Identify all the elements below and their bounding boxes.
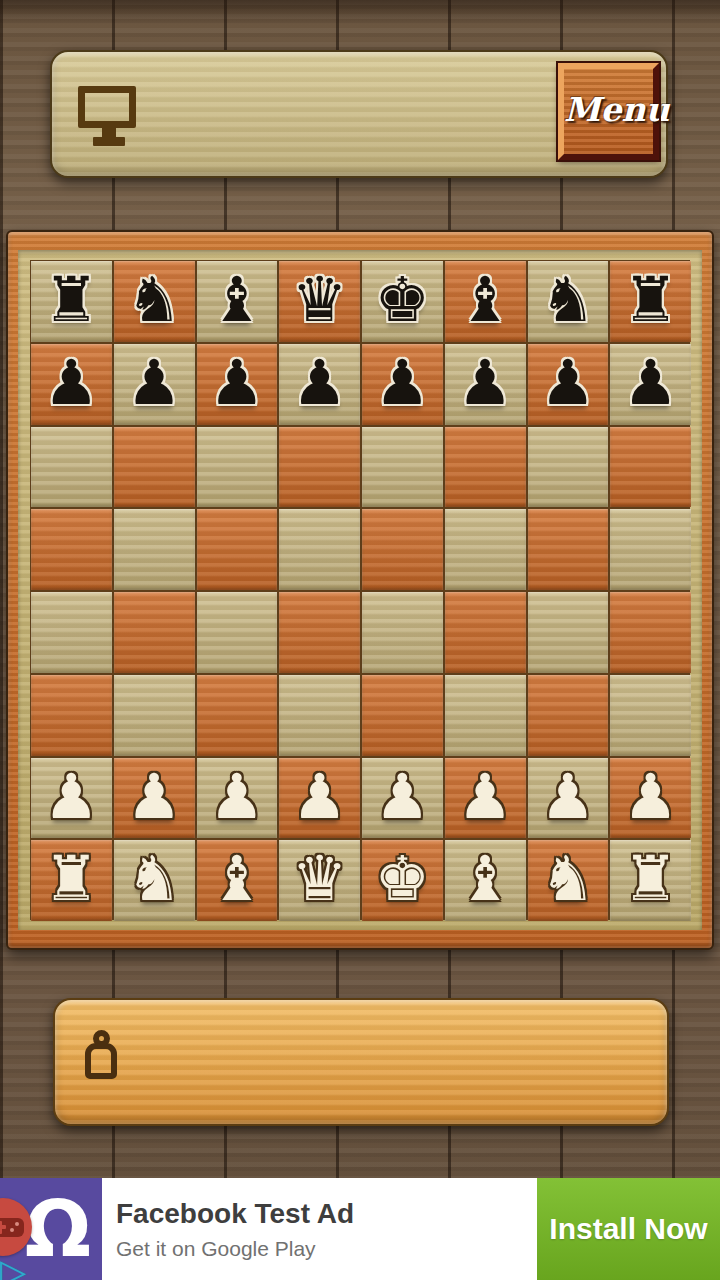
ad-text-block: Facebook Test Ad Get it on Google Play [102, 1178, 537, 1280]
ad-banner[interactable]: Ω ▷ Facebook Test Ad Get it on Google Pl… [0, 1178, 720, 1280]
ad-subtitle: Get it on Google Play [116, 1237, 537, 1261]
black-pawn: ♟ [610, 344, 691, 425]
square-g8[interactable]: ♞ [528, 261, 609, 342]
square-f1[interactable]: ♝ [445, 840, 526, 921]
square-f6[interactable] [445, 427, 526, 508]
black-rook: ♜ [610, 261, 691, 342]
square-h6[interactable] [610, 427, 691, 508]
white-rook: ♜ [31, 840, 112, 921]
white-pawn: ♟ [445, 758, 526, 839]
white-knight: ♞ [528, 840, 609, 921]
square-h5[interactable] [610, 509, 691, 590]
square-e3[interactable] [362, 675, 443, 756]
square-g2[interactable]: ♟ [528, 758, 609, 839]
install-now-label: Install Now [549, 1212, 707, 1246]
square-e1[interactable]: ♚ [362, 840, 443, 921]
monitor-screen [78, 86, 136, 128]
gamepad-dot [15, 1222, 19, 1226]
square-d1[interactable]: ♛ [279, 840, 360, 921]
white-bishop: ♝ [445, 840, 526, 921]
square-b5[interactable] [114, 509, 195, 590]
chess-board-frame: ♜♞♝♛♚♝♞♜♟♟♟♟♟♟♟♟♟♟♟♟♟♟♟♟♜♞♝♛♚♝♞♜ [6, 230, 714, 950]
square-c4[interactable] [197, 592, 278, 673]
menu-button[interactable]: Menu [558, 63, 659, 160]
black-pawn: ♟ [31, 344, 112, 425]
white-rook: ♜ [610, 840, 691, 921]
square-c2[interactable]: ♟ [197, 758, 278, 839]
square-h1[interactable]: ♜ [610, 840, 691, 921]
black-pawn: ♟ [362, 344, 443, 425]
square-h3[interactable] [610, 675, 691, 756]
black-rook: ♜ [31, 261, 112, 342]
player-bar [53, 998, 669, 1126]
monitor-stem [102, 128, 116, 137]
opponent-bar: Menu [50, 50, 668, 178]
square-d4[interactable] [279, 592, 360, 673]
black-queen: ♛ [279, 261, 360, 342]
square-c1[interactable]: ♝ [197, 840, 278, 921]
ad-play-icon[interactable]: ▷ [0, 1254, 26, 1280]
square-d6[interactable] [279, 427, 360, 508]
square-e7[interactable]: ♟ [362, 344, 443, 425]
square-f4[interactable] [445, 592, 526, 673]
square-a2[interactable]: ♟ [31, 758, 112, 839]
square-c7[interactable]: ♟ [197, 344, 278, 425]
square-g4[interactable] [528, 592, 609, 673]
square-b8[interactable]: ♞ [114, 261, 195, 342]
square-g6[interactable] [528, 427, 609, 508]
square-b4[interactable] [114, 592, 195, 673]
white-knight: ♞ [114, 840, 195, 921]
square-c6[interactable] [197, 427, 278, 508]
install-now-button[interactable]: Install Now [537, 1178, 720, 1280]
person-body [85, 1043, 117, 1079]
monitor-base [93, 137, 125, 146]
square-d3[interactable] [279, 675, 360, 756]
square-e5[interactable] [362, 509, 443, 590]
square-h2[interactable]: ♟ [610, 758, 691, 839]
screen-top-shade [0, 0, 720, 24]
black-pawn: ♟ [197, 344, 278, 425]
white-pawn: ♟ [528, 758, 609, 839]
square-h4[interactable] [610, 592, 691, 673]
black-pawn: ♟ [528, 344, 609, 425]
square-f5[interactable] [445, 509, 526, 590]
square-h8[interactable]: ♜ [610, 261, 691, 342]
square-a5[interactable] [31, 509, 112, 590]
square-a4[interactable] [31, 592, 112, 673]
square-a6[interactable] [31, 427, 112, 508]
black-pawn: ♟ [445, 344, 526, 425]
square-a1[interactable]: ♜ [31, 840, 112, 921]
square-b3[interactable] [114, 675, 195, 756]
chess-board: ♜♞♝♛♚♝♞♜♟♟♟♟♟♟♟♟♟♟♟♟♟♟♟♟♜♞♝♛♚♝♞♜ [30, 260, 690, 920]
black-bishop: ♝ [445, 261, 526, 342]
square-b6[interactable] [114, 427, 195, 508]
square-g5[interactable] [528, 509, 609, 590]
square-a8[interactable]: ♜ [31, 261, 112, 342]
ad-title: Facebook Test Ad [116, 1198, 537, 1230]
person-icon [79, 1030, 123, 1094]
square-e8[interactable]: ♚ [362, 261, 443, 342]
black-pawn: ♟ [114, 344, 195, 425]
gamepad-dot2 [10, 1228, 14, 1232]
gamepad-cross-h [0, 1225, 6, 1229]
square-h7[interactable]: ♟ [610, 344, 691, 425]
square-c8[interactable]: ♝ [197, 261, 278, 342]
menu-button-label: Menu [564, 69, 653, 151]
chess-board-margin: ♜♞♝♛♚♝♞♜♟♟♟♟♟♟♟♟♟♟♟♟♟♟♟♟♜♞♝♛♚♝♞♜ [18, 250, 702, 930]
white-pawn: ♟ [197, 758, 278, 839]
white-king: ♚ [362, 840, 443, 921]
white-pawn: ♟ [31, 758, 112, 839]
white-pawn: ♟ [114, 758, 195, 839]
black-knight: ♞ [114, 261, 195, 342]
square-d8[interactable]: ♛ [279, 261, 360, 342]
square-b2[interactable]: ♟ [114, 758, 195, 839]
square-g1[interactable]: ♞ [528, 840, 609, 921]
white-pawn: ♟ [362, 758, 443, 839]
square-e6[interactable] [362, 427, 443, 508]
square-g3[interactable] [528, 675, 609, 756]
square-f3[interactable] [445, 675, 526, 756]
white-bishop: ♝ [197, 840, 278, 921]
black-knight: ♞ [528, 261, 609, 342]
black-pawn: ♟ [279, 344, 360, 425]
square-b1[interactable]: ♞ [114, 840, 195, 921]
black-bishop: ♝ [197, 261, 278, 342]
square-e4[interactable] [362, 592, 443, 673]
square-c5[interactable] [197, 509, 278, 590]
square-f8[interactable]: ♝ [445, 261, 526, 342]
white-pawn: ♟ [279, 758, 360, 839]
square-b7[interactable]: ♟ [114, 344, 195, 425]
white-queen: ♛ [279, 840, 360, 921]
square-d5[interactable] [279, 509, 360, 590]
square-g7[interactable]: ♟ [528, 344, 609, 425]
ad-app-icon[interactable]: Ω ▷ [0, 1178, 102, 1280]
square-a7[interactable]: ♟ [31, 344, 112, 425]
black-king: ♚ [362, 261, 443, 342]
white-pawn: ♟ [610, 758, 691, 839]
gamepad-icon [0, 1218, 24, 1237]
square-d2[interactable]: ♟ [279, 758, 360, 839]
square-d7[interactable]: ♟ [279, 344, 360, 425]
monitor-icon [78, 86, 140, 148]
square-c3[interactable] [197, 675, 278, 756]
square-f7[interactable]: ♟ [445, 344, 526, 425]
square-a3[interactable] [31, 675, 112, 756]
square-e2[interactable]: ♟ [362, 758, 443, 839]
square-f2[interactable]: ♟ [445, 758, 526, 839]
